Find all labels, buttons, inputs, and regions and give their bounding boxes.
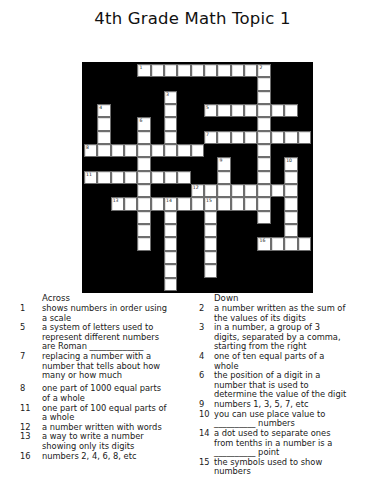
grid-cell[interactable] (284, 224, 297, 237)
clue-across-1: 1shows numbers in order using a scale (18, 304, 168, 323)
grid-cell-black (151, 251, 164, 264)
grid-cell[interactable] (164, 64, 177, 77)
grid-cell[interactable] (151, 144, 164, 157)
grid-cell-black (137, 91, 150, 104)
grid-cell-black (177, 264, 190, 277)
clue-number: 2 (259, 65, 262, 70)
grid-cell[interactable] (244, 197, 257, 210)
grid-cell-black (204, 91, 217, 104)
grid-cell-black (284, 77, 297, 90)
clue-num: 8 (18, 384, 42, 394)
grid-cell-black (84, 184, 97, 197)
grid-cell[interactable]: 7 (204, 131, 217, 144)
grid-cell[interactable] (204, 224, 217, 237)
grid-cell[interactable] (257, 157, 270, 170)
grid-cell-black (137, 264, 150, 277)
grid-cell-black (151, 264, 164, 277)
grid-cell[interactable] (164, 278, 177, 291)
grid-cell[interactable] (231, 104, 244, 117)
clue-num: 7 (18, 352, 42, 362)
grid-cell-black (298, 117, 311, 130)
grid-cell[interactable] (257, 211, 270, 224)
grid-cell-black (244, 224, 257, 237)
grid-cell-black (231, 157, 244, 170)
grid-cell[interactable] (244, 104, 257, 117)
grid-cell-black (244, 278, 257, 291)
grid-cell-black (84, 224, 97, 237)
clue-text: one part of 1000 equal parts of a whole (42, 384, 168, 403)
clue-text: the symbols used to show numbers (214, 458, 347, 477)
grid-cell-black (204, 157, 217, 170)
grid-cell[interactable]: 10 (284, 157, 297, 170)
grid-cell-black (217, 251, 230, 264)
grid-cell[interactable] (137, 184, 150, 197)
clue-text: replacing a number with a number that te… (42, 352, 168, 381)
grid-cell-black (231, 91, 244, 104)
grid-cell[interactable] (271, 184, 284, 197)
clue-number: 3 (166, 92, 169, 97)
clue-down-2: 2a number written as the sum of the valu… (197, 304, 359, 323)
grid-cell-black (257, 264, 270, 277)
grid-cell-black (177, 104, 190, 117)
grid-cell-black (271, 251, 284, 264)
grid-cell-black (271, 117, 284, 130)
grid-cell[interactable] (124, 144, 137, 157)
grid-cell[interactable] (244, 64, 257, 77)
grid-cell-black (97, 197, 110, 210)
clue-down-3: 3in a number, a group of 3 digits, separ… (197, 323, 359, 352)
grid-cell[interactable] (97, 171, 110, 184)
grid-cell-black (164, 184, 177, 197)
clue-text: the position of a digit in a number that… (214, 371, 347, 400)
grid-cell-black (217, 211, 230, 224)
grid-cell-black (151, 104, 164, 117)
crossword-grid: 12345678910111213141516 (82, 62, 313, 293)
grid-cell-black (217, 117, 230, 130)
grid-cell-black (191, 77, 204, 90)
grid-cell[interactable] (284, 131, 297, 144)
grid-cell-black (84, 117, 97, 130)
grid-cell[interactable]: 12 (191, 184, 204, 197)
grid-cell[interactable] (204, 264, 217, 277)
grid-cell-black (271, 91, 284, 104)
grid-cell-black (177, 117, 190, 130)
grid-cell[interactable] (257, 91, 270, 104)
grid-cell-black (137, 77, 150, 90)
clue-num: 11 (18, 404, 42, 414)
grid-cell[interactable] (284, 197, 297, 210)
grid-cell-black (111, 224, 124, 237)
clue-number: 15 (206, 198, 212, 203)
grid-cell-black (271, 211, 284, 224)
grid-cell[interactable] (151, 64, 164, 77)
clue-across-11: 11one part of 100 equal parts of a whole (18, 404, 168, 423)
grid-cell[interactable] (298, 237, 311, 250)
grid-cell-black (231, 251, 244, 264)
grid-cell-black (124, 224, 137, 237)
clue-across-16: 16numbers 2, 4, 6, 8, etc (18, 452, 168, 462)
grid-cell[interactable] (151, 171, 164, 184)
grid-cell-black (177, 131, 190, 144)
grid-cell-black (231, 171, 244, 184)
grid-cell-black (151, 184, 164, 197)
grid-cell-black (284, 144, 297, 157)
grid-cell[interactable] (271, 237, 284, 250)
grid-cell-black (271, 224, 284, 237)
grid-cell-black (298, 104, 311, 117)
grid-cell[interactable] (257, 104, 270, 117)
grid-cell[interactable]: 15 (204, 197, 217, 210)
clue-num: 16 (18, 452, 42, 462)
grid-cell-black (151, 211, 164, 224)
grid-cell-black (204, 144, 217, 157)
grid-cell[interactable] (191, 197, 204, 210)
grid-cell-black (244, 77, 257, 90)
grid-cell[interactable] (284, 104, 297, 117)
grid-cell-black (84, 104, 97, 117)
grid-cell-black (191, 251, 204, 264)
grid-cell[interactable] (204, 237, 217, 250)
grid-cell[interactable] (257, 171, 270, 184)
grid-cell-black (84, 264, 97, 277)
grid-cell-black (217, 237, 230, 250)
grid-cell-black (244, 144, 257, 157)
grid-cell-black (124, 77, 137, 90)
clue-number: 5 (206, 105, 209, 110)
grid-cell-black (191, 278, 204, 291)
grid-cell[interactable] (284, 211, 297, 224)
grid-cell-black (191, 264, 204, 277)
grid-cell-black (217, 264, 230, 277)
grid-cell[interactable] (137, 171, 150, 184)
grid-cell-black (284, 278, 297, 291)
clue-num: 5 (18, 323, 42, 333)
grid-cell-black (124, 104, 137, 117)
grid-cell-black (97, 157, 110, 170)
grid-cell-black (217, 91, 230, 104)
grid-cell-black (298, 278, 311, 291)
grid-cell-black (298, 144, 311, 157)
grid-cell-black (298, 91, 311, 104)
grid-cell-black (271, 144, 284, 157)
grid-cell-black (124, 211, 137, 224)
grid-cell-black (111, 184, 124, 197)
grid-cell-black (151, 278, 164, 291)
grid-cell-black (298, 264, 311, 277)
grid-cell[interactable] (257, 184, 270, 197)
grid-cell-black (244, 264, 257, 277)
grid-cell[interactable] (137, 237, 150, 250)
grid-cell-black (97, 224, 110, 237)
grid-cell-black (191, 237, 204, 250)
grid-cell-black (151, 157, 164, 170)
grid-cell[interactable] (137, 224, 150, 237)
grid-cell-black (217, 278, 230, 291)
grid-cell-black (204, 117, 217, 130)
grid-cell[interactable] (204, 64, 217, 77)
grid-cell[interactable]: 13 (111, 197, 124, 210)
grid-cell[interactable]: 4 (97, 104, 110, 117)
grid-cell[interactable] (298, 131, 311, 144)
grid-cell[interactable]: 3 (164, 91, 177, 104)
grid-cell[interactable] (284, 171, 297, 184)
grid-cell[interactable] (271, 104, 284, 117)
grid-cell-black (217, 77, 230, 90)
grid-cell-black (111, 104, 124, 117)
grid-cell-black (124, 251, 137, 264)
grid-cell-black (124, 264, 137, 277)
grid-cell-black (217, 144, 230, 157)
grid-cell-black (111, 64, 124, 77)
grid-cell[interactable] (204, 184, 217, 197)
grid-cell[interactable] (257, 197, 270, 210)
grid-cell-black (97, 64, 110, 77)
grid-cell[interactable]: 2 (257, 64, 270, 77)
grid-cell-black (191, 157, 204, 170)
grid-cell-black (271, 77, 284, 90)
clue-number: 8 (86, 145, 89, 150)
grid-cell-black (271, 197, 284, 210)
grid-cell[interactable] (231, 64, 244, 77)
grid-cell-black (111, 77, 124, 90)
grid-cell-black (284, 91, 297, 104)
grid-cell-black (298, 77, 311, 90)
grid-cell-black (257, 251, 270, 264)
grid-cell[interactable]: 11 (84, 171, 97, 184)
clue-text: a way to write a number showing only its… (42, 432, 168, 451)
grid-cell[interactable] (137, 131, 150, 144)
grid-cell-black (284, 64, 297, 77)
clue-across-5: 5a system of letters used to represent d… (18, 323, 168, 352)
clue-num: 10 (197, 410, 214, 420)
clue-number: 11 (86, 172, 92, 177)
grid-cell-black (271, 264, 284, 277)
grid-cell[interactable] (231, 131, 244, 144)
grid-cell[interactable] (164, 131, 177, 144)
grid-cell[interactable] (97, 117, 110, 130)
grid-cell[interactable]: 9 (217, 157, 230, 170)
grid-cell[interactable] (177, 64, 190, 77)
clue-number: 9 (219, 158, 222, 163)
grid-cell-black (124, 131, 137, 144)
grid-cell-black (191, 104, 204, 117)
grid-cell[interactable] (164, 171, 177, 184)
grid-cell[interactable] (137, 157, 150, 170)
grid-cell-black (151, 237, 164, 250)
grid-cell-black (191, 171, 204, 184)
grid-cell[interactable]: 8 (84, 144, 97, 157)
grid-cell[interactable]: 16 (257, 237, 270, 250)
grid-cell[interactable] (164, 237, 177, 250)
grid-cell[interactable] (244, 184, 257, 197)
grid-cell-black (124, 64, 137, 77)
grid-cell[interactable] (151, 197, 164, 210)
grid-cell-black (111, 91, 124, 104)
across-clues: Across 1shows numbers in order using a s… (18, 294, 168, 461)
grid-cell-black (124, 278, 137, 291)
grid-cell-black (191, 131, 204, 144)
grid-cell-black (204, 278, 217, 291)
grid-cell-black (97, 278, 110, 291)
clue-number: 7 (206, 132, 209, 137)
grid-cell-black (137, 251, 150, 264)
grid-cell[interactable] (137, 144, 150, 157)
grid-cell[interactable] (164, 251, 177, 264)
grid-cell-black (257, 278, 270, 291)
grid-cell[interactable] (191, 64, 204, 77)
grid-cell-black (244, 171, 257, 184)
grid-cell-black (298, 211, 311, 224)
grid-cell[interactable] (217, 64, 230, 77)
grid-cell[interactable] (177, 144, 190, 157)
grid-cell[interactable] (257, 144, 270, 157)
grid-cell[interactable]: 5 (204, 104, 217, 117)
clue-num: 15 (197, 458, 214, 468)
grid-cell-black (84, 237, 97, 250)
grid-cell-black (151, 224, 164, 237)
grid-cell[interactable] (231, 197, 244, 210)
grid-cell[interactable] (231, 184, 244, 197)
grid-cell-black (177, 278, 190, 291)
clue-text: one of ten equal parts of a whole (214, 352, 347, 371)
grid-cell[interactable] (164, 144, 177, 157)
grid-cell[interactable] (217, 131, 230, 144)
grid-cell[interactable] (257, 117, 270, 130)
down-clues: Down 2a number written as the sum of the… (197, 294, 359, 477)
clue-across-8: 8one part of 1000 equal parts of a whole (18, 384, 168, 403)
clue-across-13: 13a way to write a number showing only i… (18, 432, 168, 451)
grid-cell-black (271, 157, 284, 170)
grid-cell[interactable] (204, 251, 217, 264)
clue-num: 14 (197, 429, 214, 439)
grid-cell-black (177, 251, 190, 264)
grid-cell[interactable] (244, 131, 257, 144)
clue-num: 6 (197, 371, 214, 381)
down-list: 2a number written as the sum of the valu… (197, 304, 359, 477)
grid-cell-black (111, 157, 124, 170)
clue-down-10: 10you can use place value to __________ … (197, 410, 359, 429)
grid-cell-black (84, 197, 97, 210)
grid-cell[interactable] (164, 104, 177, 117)
grid-cell[interactable]: 6 (137, 117, 150, 130)
grid-cell[interactable] (137, 197, 150, 210)
grid-cell-black (204, 77, 217, 90)
grid-cell-black (111, 278, 124, 291)
grid-cell[interactable] (284, 184, 297, 197)
grid-cell-black (124, 184, 137, 197)
grid-cell[interactable] (257, 131, 270, 144)
grid-cell-black (151, 131, 164, 144)
grid-cell[interactable] (111, 171, 124, 184)
grid-cell-black (271, 278, 284, 291)
grid-cell-black (97, 211, 110, 224)
clue-number: 1 (139, 65, 142, 70)
grid-cell[interactable] (217, 197, 230, 210)
grid-cell-black (244, 251, 257, 264)
grid-cell-black (244, 211, 257, 224)
grid-cell[interactable] (217, 104, 230, 117)
grid-cell[interactable]: 14 (164, 197, 177, 210)
clue-num: 2 (197, 304, 214, 314)
grid-cell[interactable] (271, 131, 284, 144)
grid-cell[interactable] (257, 77, 270, 90)
grid-cell[interactable] (204, 211, 217, 224)
grid-cell[interactable] (97, 144, 110, 157)
grid-cell-black (191, 117, 204, 130)
grid-cell[interactable] (217, 184, 230, 197)
grid-cell-black (298, 197, 311, 210)
grid-cell-black (284, 264, 297, 277)
grid-cell-black (231, 77, 244, 90)
grid-cell-black (137, 104, 150, 117)
grid-cell-black (298, 157, 311, 170)
grid-cell-black (137, 278, 150, 291)
grid-cell-black (177, 91, 190, 104)
grid-cell[interactable] (164, 211, 177, 224)
grid-cell[interactable] (111, 144, 124, 157)
grid-cell[interactable] (124, 197, 137, 210)
clue-number: 12 (193, 185, 199, 190)
grid-cell-black (244, 157, 257, 170)
grid-cell-black (244, 91, 257, 104)
grid-cell-black (271, 171, 284, 184)
grid-cell-black (97, 91, 110, 104)
clue-down-6: 6the position of a digit in a number tha… (197, 371, 359, 400)
grid-cell[interactable] (97, 131, 110, 144)
grid-cell-black (151, 117, 164, 130)
grid-cell-black (84, 157, 97, 170)
grid-cell-black (177, 77, 190, 90)
grid-cell-black (231, 278, 244, 291)
clue-number: 16 (259, 238, 265, 243)
grid-cell[interactable] (217, 171, 230, 184)
grid-cell-black (151, 91, 164, 104)
clue-num: 3 (197, 323, 214, 333)
grid-cell-black (124, 91, 137, 104)
grid-cell[interactable] (137, 211, 150, 224)
grid-cell-black (111, 211, 124, 224)
grid-cell[interactable] (164, 117, 177, 130)
grid-cell-black (191, 211, 204, 224)
grid-cell[interactable] (164, 224, 177, 237)
grid-cell[interactable] (164, 264, 177, 277)
clue-text: in a number, a group of 3 digits, separa… (214, 323, 347, 352)
grid-cell[interactable] (284, 237, 297, 250)
clue-text: you can use place value to __________ nu… (214, 410, 347, 429)
grid-cell-black (231, 237, 244, 250)
grid-cell-black (244, 117, 257, 130)
clue-down-14: 14a dot used to separate ones from tenth… (197, 429, 359, 458)
grid-cell-black (231, 117, 244, 130)
clue-down-15: 15the symbols used to show numbers (197, 458, 359, 477)
grid-cell-black (164, 157, 177, 170)
grid-cell-black (177, 157, 190, 170)
grid-cell[interactable] (191, 144, 204, 157)
clue-num: 1 (18, 304, 42, 314)
clue-text: numbers 2, 4, 6, 8, etc (42, 452, 168, 462)
grid-cell-black (84, 211, 97, 224)
grid-cell[interactable] (177, 171, 190, 184)
grid-cell[interactable] (124, 171, 137, 184)
grid-cell[interactable] (177, 197, 190, 210)
grid-cell-black (111, 264, 124, 277)
grid-cell[interactable]: 1 (137, 64, 150, 77)
grid-cell-black (191, 224, 204, 237)
across-list: 1shows numbers in order using a scale5a … (18, 304, 168, 461)
grid-cell-black (111, 237, 124, 250)
grid-cell-black (177, 237, 190, 250)
grid-cell-black (257, 224, 270, 237)
